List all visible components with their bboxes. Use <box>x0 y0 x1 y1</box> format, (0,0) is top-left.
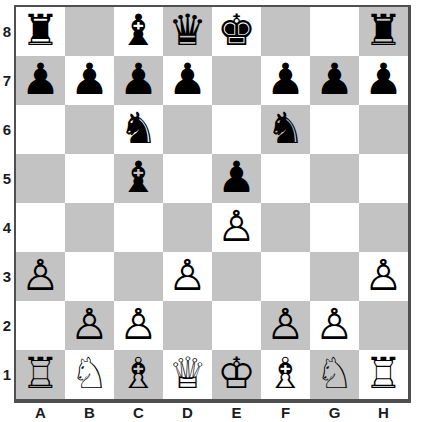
chess-board: ♜♝♛♚♜♟♟♟♟♟♟♟♞♞♝♟♙♙♙♙♙♙♙♙♖♘♗♕♔♗♘♖ <box>14 5 411 403</box>
black-pawn[interactable]: ♟ <box>364 58 403 101</box>
black-bishop[interactable]: ♝ <box>119 9 158 52</box>
rank-labels: 87654321 <box>0 7 14 399</box>
black-pawn[interactable]: ♟ <box>266 58 305 101</box>
black-king[interactable]: ♚ <box>217 9 256 52</box>
square-d4[interactable] <box>163 203 212 252</box>
white-knight[interactable]: ♘ <box>315 352 354 395</box>
square-b1[interactable]: ♘ <box>65 350 114 399</box>
white-knight[interactable]: ♘ <box>70 352 109 395</box>
square-c5[interactable]: ♝ <box>114 154 163 203</box>
white-pawn[interactable]: ♙ <box>21 254 60 297</box>
white-rook[interactable]: ♖ <box>364 352 403 395</box>
square-f5[interactable] <box>261 154 310 203</box>
black-queen[interactable]: ♛ <box>168 9 207 52</box>
file-label-d: D <box>163 403 212 422</box>
file-label-g: G <box>310 403 359 422</box>
square-e2[interactable] <box>212 301 261 350</box>
black-pawn[interactable]: ♟ <box>70 58 109 101</box>
square-c2[interactable]: ♙ <box>114 301 163 350</box>
square-d6[interactable] <box>163 105 212 154</box>
black-pawn[interactable]: ♟ <box>119 58 158 101</box>
square-a7[interactable]: ♟ <box>16 56 65 105</box>
square-b4[interactable] <box>65 203 114 252</box>
square-g6[interactable] <box>310 105 359 154</box>
square-h2[interactable] <box>359 301 408 350</box>
square-a8[interactable]: ♜ <box>16 7 65 56</box>
square-a5[interactable] <box>16 154 65 203</box>
rank-label-2: 2 <box>0 301 14 350</box>
square-b3[interactable] <box>65 252 114 301</box>
square-a3[interactable]: ♙ <box>16 252 65 301</box>
chess-diagram: 87654321 ♜♝♛♚♜♟♟♟♟♟♟♟♞♞♝♟♙♙♙♙♙♙♙♙♖♘♗♕♔♗♘… <box>0 0 441 422</box>
file-label-e: E <box>212 403 261 422</box>
square-d8[interactable]: ♛ <box>163 7 212 56</box>
square-d7[interactable]: ♟ <box>163 56 212 105</box>
square-b6[interactable] <box>65 105 114 154</box>
white-pawn[interactable]: ♙ <box>315 303 354 346</box>
square-f3[interactable] <box>261 252 310 301</box>
square-d1[interactable]: ♕ <box>163 350 212 399</box>
square-f1[interactable]: ♗ <box>261 350 310 399</box>
square-c6[interactable]: ♞ <box>114 105 163 154</box>
square-a4[interactable] <box>16 203 65 252</box>
square-g4[interactable] <box>310 203 359 252</box>
square-f8[interactable] <box>261 7 310 56</box>
white-pawn[interactable]: ♙ <box>266 303 305 346</box>
square-f4[interactable] <box>261 203 310 252</box>
square-h6[interactable] <box>359 105 408 154</box>
black-rook[interactable]: ♜ <box>21 9 60 52</box>
black-bishop[interactable]: ♝ <box>119 156 158 199</box>
square-c4[interactable] <box>114 203 163 252</box>
square-e4[interactable]: ♙ <box>212 203 261 252</box>
square-e8[interactable]: ♚ <box>212 7 261 56</box>
file-label-b: B <box>65 403 114 422</box>
white-pawn[interactable]: ♙ <box>217 205 256 248</box>
square-d2[interactable] <box>163 301 212 350</box>
rank-label-7: 7 <box>0 56 14 105</box>
rank-label-3: 3 <box>0 252 14 301</box>
rank-label-6: 6 <box>0 105 14 154</box>
square-c3[interactable] <box>114 252 163 301</box>
square-g7[interactable]: ♟ <box>310 56 359 105</box>
white-pawn[interactable]: ♙ <box>364 254 403 297</box>
rank-label-4: 4 <box>0 203 14 252</box>
square-e6[interactable] <box>212 105 261 154</box>
square-d3[interactable]: ♙ <box>163 252 212 301</box>
square-g2[interactable]: ♙ <box>310 301 359 350</box>
black-pawn[interactable]: ♟ <box>168 58 207 101</box>
square-a6[interactable] <box>16 105 65 154</box>
square-g1[interactable]: ♘ <box>310 350 359 399</box>
square-a1[interactable]: ♖ <box>16 350 65 399</box>
black-knight[interactable]: ♞ <box>266 107 305 150</box>
square-h5[interactable] <box>359 154 408 203</box>
white-pawn[interactable]: ♙ <box>70 303 109 346</box>
file-label-a: A <box>16 403 65 422</box>
file-label-h: H <box>359 403 408 422</box>
square-e3[interactable] <box>212 252 261 301</box>
square-f2[interactable]: ♙ <box>261 301 310 350</box>
white-rook[interactable]: ♖ <box>21 352 60 395</box>
square-c1[interactable]: ♗ <box>114 350 163 399</box>
black-knight[interactable]: ♞ <box>119 107 158 150</box>
black-pawn[interactable]: ♟ <box>217 156 256 199</box>
square-a2[interactable] <box>16 301 65 350</box>
black-rook[interactable]: ♜ <box>364 9 403 52</box>
white-pawn[interactable]: ♙ <box>119 303 158 346</box>
black-pawn[interactable]: ♟ <box>21 58 60 101</box>
rank-label-5: 5 <box>0 154 14 203</box>
square-b8[interactable] <box>65 7 114 56</box>
rank-label-8: 8 <box>0 7 14 56</box>
square-b7[interactable]: ♟ <box>65 56 114 105</box>
square-h4[interactable] <box>359 203 408 252</box>
square-h7[interactable]: ♟ <box>359 56 408 105</box>
square-d5[interactable] <box>163 154 212 203</box>
square-f6[interactable]: ♞ <box>261 105 310 154</box>
square-h1[interactable]: ♖ <box>359 350 408 399</box>
rank-label-1: 1 <box>0 350 14 399</box>
file-label-c: C <box>114 403 163 422</box>
file-labels: ABCDEFGH <box>16 403 408 422</box>
square-e5[interactable]: ♟ <box>212 154 261 203</box>
square-g3[interactable] <box>310 252 359 301</box>
black-pawn[interactable]: ♟ <box>315 58 354 101</box>
square-e1[interactable]: ♔ <box>212 350 261 399</box>
square-h8[interactable]: ♜ <box>359 7 408 56</box>
square-c8[interactable]: ♝ <box>114 7 163 56</box>
square-g5[interactable] <box>310 154 359 203</box>
square-h3[interactable]: ♙ <box>359 252 408 301</box>
square-b5[interactable] <box>65 154 114 203</box>
white-queen[interactable]: ♕ <box>168 352 207 395</box>
white-bishop[interactable]: ♗ <box>266 352 305 395</box>
square-b2[interactable]: ♙ <box>65 301 114 350</box>
square-g8[interactable] <box>310 7 359 56</box>
white-king[interactable]: ♔ <box>217 352 256 395</box>
square-f7[interactable]: ♟ <box>261 56 310 105</box>
white-bishop[interactable]: ♗ <box>119 352 158 395</box>
square-e7[interactable] <box>212 56 261 105</box>
square-c7[interactable]: ♟ <box>114 56 163 105</box>
white-pawn[interactable]: ♙ <box>168 254 207 297</box>
file-label-f: F <box>261 403 310 422</box>
